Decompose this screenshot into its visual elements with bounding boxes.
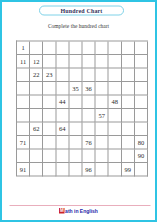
grid-cell-empty[interactable] [96, 96, 109, 110]
grid-cell-empty[interactable] [56, 69, 69, 83]
grid-cell-empty[interactable] [43, 109, 56, 123]
grid-cell-empty[interactable] [135, 163, 148, 177]
grid-cell-given: 80 [135, 136, 148, 150]
grid-cell-empty[interactable] [122, 82, 135, 96]
grid-cell-empty[interactable] [83, 55, 96, 69]
grid-cell-empty[interactable] [109, 136, 122, 150]
grid-cell-empty[interactable] [109, 109, 122, 123]
grid-cell-empty[interactable] [69, 96, 82, 110]
grid-cell-given: 23 [43, 69, 56, 83]
grid-cell-empty[interactable] [43, 123, 56, 137]
grid-cell-empty[interactable] [83, 150, 96, 164]
grid-cell-empty[interactable] [69, 42, 82, 56]
grid-cell-empty[interactable] [122, 136, 135, 150]
grid-cell-empty[interactable] [122, 42, 135, 56]
grid-cell-empty[interactable] [69, 163, 82, 177]
grid-cell-empty[interactable] [69, 150, 82, 164]
grid-cell-empty[interactable] [122, 55, 135, 69]
grid-cell-given: 48 [109, 96, 122, 110]
grid-cell-empty[interactable] [30, 136, 43, 150]
grid-cell-empty[interactable] [122, 96, 135, 110]
grid-cell-empty[interactable] [96, 136, 109, 150]
grid-cell-empty[interactable] [30, 96, 43, 110]
footer-divider [10, 205, 151, 206]
grid-cell-empty[interactable] [96, 82, 109, 96]
grid-cell-empty[interactable] [96, 42, 109, 56]
grid-cell-empty[interactable] [135, 55, 148, 69]
title-box: Hundred Chart [39, 6, 124, 16]
grid-cell-given: 22 [30, 69, 43, 83]
grid-cell-empty[interactable] [96, 163, 109, 177]
hundred-chart-grid: 1111222233536444857626471768090919699 [16, 41, 148, 177]
page-title: Hundred Chart [60, 7, 102, 15]
grid-cell-empty[interactable] [17, 69, 30, 83]
grid-cell-empty[interactable] [96, 123, 109, 137]
grid-cell-empty[interactable] [43, 55, 56, 69]
grid-cell-empty[interactable] [96, 150, 109, 164]
grid-cell-given: 64 [56, 123, 69, 137]
grid-cell-empty[interactable] [83, 109, 96, 123]
grid-cell-empty[interactable] [122, 69, 135, 83]
grid-cell-empty[interactable] [43, 136, 56, 150]
grid-cell-empty[interactable] [43, 42, 56, 56]
grid-cell-given: 99 [122, 163, 135, 177]
grid-cell-empty[interactable] [30, 82, 43, 96]
grid-cell-empty[interactable] [135, 109, 148, 123]
grid-cell-empty[interactable] [30, 163, 43, 177]
math-in-english-logo: M ath in English [2, 208, 155, 214]
grid-cell-given: 35 [69, 82, 82, 96]
grid-cell-given: 36 [83, 82, 96, 96]
grid-cell-empty[interactable] [56, 55, 69, 69]
grid-cell-empty[interactable] [96, 55, 109, 69]
grid-cell-empty[interactable] [135, 96, 148, 110]
grid-cell-empty[interactable] [56, 150, 69, 164]
grid-cell-empty[interactable] [135, 82, 148, 96]
grid-cell-empty[interactable] [83, 96, 96, 110]
grid-cell-empty[interactable] [56, 163, 69, 177]
grid-cell-empty[interactable] [83, 69, 96, 83]
grid-cell-empty[interactable] [17, 123, 30, 137]
grid-cell-given: 12 [30, 55, 43, 69]
grid-cell-empty[interactable] [122, 109, 135, 123]
grid-cell-given: 1 [17, 42, 30, 56]
grid-cell-empty[interactable] [69, 123, 82, 137]
grid-cell-empty[interactable] [83, 123, 96, 137]
grid-cell-empty[interactable] [17, 82, 30, 96]
grid-cell-given: 57 [96, 109, 109, 123]
grid-cell-empty[interactable] [30, 150, 43, 164]
grid-cell-empty[interactable] [96, 69, 109, 83]
grid-cell-empty[interactable] [69, 136, 82, 150]
grid-cell-empty[interactable] [122, 150, 135, 164]
grid-cell-empty[interactable] [30, 42, 43, 56]
grid-cell-empty[interactable] [109, 123, 122, 137]
grid-cell-empty[interactable] [109, 150, 122, 164]
grid-cell-given: 96 [83, 163, 96, 177]
grid-cell-given: 44 [56, 96, 69, 110]
grid-cell-empty[interactable] [135, 123, 148, 137]
grid-cell-empty[interactable] [43, 82, 56, 96]
grid-cell-empty[interactable] [56, 109, 69, 123]
grid-cell-empty[interactable] [122, 123, 135, 137]
grid-cell-empty[interactable] [135, 69, 148, 83]
grid-cell-empty[interactable] [56, 42, 69, 56]
grid-cell-empty[interactable] [109, 82, 122, 96]
grid-cell-empty[interactable] [69, 109, 82, 123]
grid-cell-empty[interactable] [30, 109, 43, 123]
grid-cell-given: 71 [17, 136, 30, 150]
grid-cell-empty[interactable] [109, 55, 122, 69]
grid-cell-empty[interactable] [109, 163, 122, 177]
grid-cell-given: 76 [83, 136, 96, 150]
grid-cell-empty[interactable] [17, 109, 30, 123]
grid-cell-empty[interactable] [17, 150, 30, 164]
grid-cell-empty[interactable] [17, 96, 30, 110]
grid-cell-given: 62 [30, 123, 43, 137]
grid-cell-empty[interactable] [109, 42, 122, 56]
grid-cell-empty[interactable] [56, 136, 69, 150]
grid-cell-given: 91 [17, 163, 30, 177]
instruction-text: Complete the hundred chart [2, 23, 155, 29]
grid-cell-empty[interactable] [135, 42, 148, 56]
grid-cell-empty[interactable] [69, 55, 82, 69]
grid-cell-empty[interactable] [56, 82, 69, 96]
grid-cell-empty[interactable] [69, 69, 82, 83]
grid-cell-given: 90 [135, 150, 148, 164]
grid-cell-empty[interactable] [83, 42, 96, 56]
logo-text: ath in English [65, 208, 98, 214]
grid-cell-empty[interactable] [43, 150, 56, 164]
worksheet-page: Hundred Chart Complete the hundred chart… [0, 0, 157, 222]
grid-cell-empty[interactable] [43, 96, 56, 110]
grid-cell-empty[interactable] [43, 163, 56, 177]
grid-cell-given: 11 [17, 55, 30, 69]
grid-cell-empty[interactable] [109, 69, 122, 83]
logo-m-icon: M [59, 208, 65, 214]
